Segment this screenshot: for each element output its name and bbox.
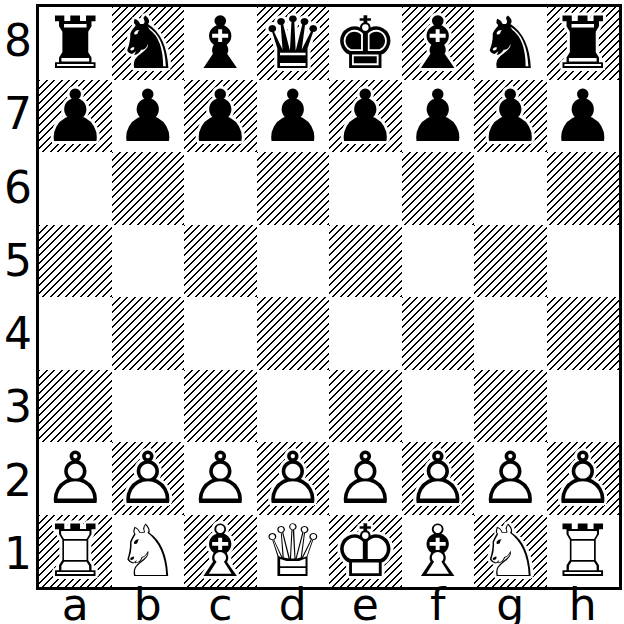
black-pawn: ♟ — [329, 80, 402, 153]
white-knight: ♞♘ — [474, 515, 547, 588]
square-c7[interactable]: ♟ — [184, 80, 257, 153]
square-a6[interactable] — [39, 152, 112, 225]
white-rook: ♜♖ — [39, 515, 112, 588]
black-pawn-icon: ♟ — [188, 80, 253, 152]
white-pawn: ♟♙ — [257, 442, 330, 515]
square-c1[interactable]: ♝♗ — [184, 515, 257, 588]
chess-board: ♜♞♝♛♚♝♞♜♟♟♟♟♟♟♟♟♟♙♟♙♟♙♟♙♟♙♟♙♟♙♟♙♜♖♞♘♝♗♛♕… — [36, 4, 622, 590]
square-e6[interactable] — [329, 152, 402, 225]
square-b7[interactable]: ♟ — [112, 80, 185, 153]
white-knight-icon: ♘ — [478, 515, 543, 587]
square-h1[interactable]: ♜♖ — [547, 515, 620, 588]
square-d6[interactable] — [257, 152, 330, 225]
rank-label-7: 7 — [0, 77, 36, 150]
square-c5[interactable] — [184, 225, 257, 298]
white-king: ♚♔ — [329, 515, 402, 588]
white-pawn-icon: ♙ — [333, 442, 398, 514]
black-pawn: ♟ — [257, 80, 330, 153]
square-h4[interactable] — [547, 297, 620, 370]
white-rook: ♜♖ — [547, 515, 620, 588]
rank-label-4: 4 — [0, 297, 36, 370]
square-h7[interactable]: ♟ — [547, 80, 620, 153]
white-pawn: ♟♙ — [39, 442, 112, 515]
square-a2[interactable]: ♟♙ — [39, 442, 112, 515]
square-h8[interactable]: ♜ — [547, 7, 620, 80]
square-e5[interactable] — [329, 225, 402, 298]
white-queen: ♛♕ — [257, 515, 330, 588]
black-rook: ♜ — [547, 7, 620, 80]
square-b5[interactable] — [112, 225, 185, 298]
square-a5[interactable] — [39, 225, 112, 298]
file-label-c: c — [184, 586, 257, 624]
square-a7[interactable]: ♟ — [39, 80, 112, 153]
square-e8[interactable]: ♚ — [329, 7, 402, 80]
square-e7[interactable]: ♟ — [329, 80, 402, 153]
square-e4[interactable] — [329, 297, 402, 370]
black-rook: ♜ — [39, 7, 112, 80]
square-g4[interactable] — [474, 297, 547, 370]
square-d7[interactable]: ♟ — [257, 80, 330, 153]
square-g6[interactable] — [474, 152, 547, 225]
black-pawn: ♟ — [474, 80, 547, 153]
black-queen: ♛ — [257, 7, 330, 80]
white-rook-icon: ♖ — [550, 515, 615, 587]
black-pawn-icon: ♟ — [405, 80, 470, 152]
rank-label-6: 6 — [0, 151, 36, 224]
square-a3[interactable] — [39, 370, 112, 443]
square-b6[interactable] — [112, 152, 185, 225]
square-d1[interactable]: ♛♕ — [257, 515, 330, 588]
square-f6[interactable] — [402, 152, 475, 225]
white-knight-icon: ♘ — [115, 515, 180, 587]
black-king: ♚ — [329, 7, 402, 80]
square-f4[interactable] — [402, 297, 475, 370]
square-h5[interactable] — [547, 225, 620, 298]
file-label-h: h — [547, 586, 620, 624]
square-g2[interactable]: ♟♙ — [474, 442, 547, 515]
white-queen-icon: ♕ — [260, 515, 325, 587]
rank-labels: 87654321 — [0, 4, 36, 590]
file-label-b: b — [112, 586, 185, 624]
black-pawn: ♟ — [112, 80, 185, 153]
black-knight: ♞ — [112, 7, 185, 80]
square-g8[interactable]: ♞ — [474, 7, 547, 80]
white-bishop-icon: ♗ — [405, 515, 470, 587]
square-g5[interactable] — [474, 225, 547, 298]
white-pawn-icon: ♙ — [43, 442, 108, 514]
file-labels: abcdefgh — [39, 586, 619, 624]
black-bishop-icon: ♝ — [188, 7, 253, 79]
white-pawn-icon: ♙ — [405, 442, 470, 514]
square-f7[interactable]: ♟ — [402, 80, 475, 153]
white-rook-icon: ♖ — [43, 515, 108, 587]
square-b4[interactable] — [112, 297, 185, 370]
file-label-e: e — [329, 586, 402, 624]
white-pawn: ♟♙ — [112, 442, 185, 515]
square-g7[interactable]: ♟ — [474, 80, 547, 153]
white-pawn-icon: ♙ — [115, 442, 180, 514]
square-h2[interactable]: ♟♙ — [547, 442, 620, 515]
black-bishop: ♝ — [184, 7, 257, 80]
square-c4[interactable] — [184, 297, 257, 370]
square-e1[interactable]: ♚♔ — [329, 515, 402, 588]
square-h3[interactable] — [547, 370, 620, 443]
square-g3[interactable] — [474, 370, 547, 443]
rank-label-1: 1 — [0, 517, 36, 590]
white-pawn-icon: ♙ — [188, 442, 253, 514]
file-label-g: g — [474, 586, 547, 624]
white-pawn: ♟♙ — [184, 442, 257, 515]
square-b3[interactable] — [112, 370, 185, 443]
white-knight: ♞♘ — [112, 515, 185, 588]
black-pawn: ♟ — [39, 80, 112, 153]
square-d3[interactable] — [257, 370, 330, 443]
square-f5[interactable] — [402, 225, 475, 298]
white-pawn-icon: ♙ — [550, 442, 615, 514]
square-c3[interactable] — [184, 370, 257, 443]
square-c6[interactable] — [184, 152, 257, 225]
black-knight-icon: ♞ — [478, 7, 543, 79]
square-c2[interactable]: ♟♙ — [184, 442, 257, 515]
white-pawn: ♟♙ — [329, 442, 402, 515]
black-pawn: ♟ — [184, 80, 257, 153]
white-pawn: ♟♙ — [474, 442, 547, 515]
square-d8[interactable]: ♛ — [257, 7, 330, 80]
square-a8[interactable]: ♜ — [39, 7, 112, 80]
black-king-icon: ♚ — [333, 7, 398, 79]
black-knight-icon: ♞ — [115, 7, 180, 79]
black-pawn-icon: ♟ — [478, 80, 543, 152]
black-pawn: ♟ — [547, 80, 620, 153]
square-f8[interactable]: ♝ — [402, 7, 475, 80]
rank-label-5: 5 — [0, 224, 36, 297]
square-e3[interactable] — [329, 370, 402, 443]
white-pawn-icon: ♙ — [478, 442, 543, 514]
square-g1[interactable]: ♞♘ — [474, 515, 547, 588]
square-a4[interactable] — [39, 297, 112, 370]
rank-label-3: 3 — [0, 370, 36, 443]
black-rook-icon: ♜ — [43, 7, 108, 79]
square-c8[interactable]: ♝ — [184, 7, 257, 80]
rank-label-2: 2 — [0, 444, 36, 517]
black-pawn-icon: ♟ — [115, 80, 180, 152]
black-bishop: ♝ — [402, 7, 475, 80]
square-f2[interactable]: ♟♙ — [402, 442, 475, 515]
chess-diagram: 87654321 ♜♞♝♛♚♝♞♜♟♟♟♟♟♟♟♟♟♙♟♙♟♙♟♙♟♙♟♙♟♙♟… — [0, 0, 624, 624]
square-d2[interactable]: ♟♙ — [257, 442, 330, 515]
black-rook-icon: ♜ — [550, 7, 615, 79]
black-pawn-icon: ♟ — [43, 80, 108, 152]
square-b1[interactable]: ♞♘ — [112, 515, 185, 588]
square-f3[interactable] — [402, 370, 475, 443]
black-bishop-icon: ♝ — [405, 7, 470, 79]
white-king-icon: ♔ — [333, 515, 398, 587]
black-pawn-icon: ♟ — [333, 80, 398, 152]
square-b8[interactable]: ♞ — [112, 7, 185, 80]
black-queen-icon: ♛ — [260, 7, 325, 79]
white-pawn: ♟♙ — [547, 442, 620, 515]
square-d4[interactable] — [257, 297, 330, 370]
black-knight: ♞ — [474, 7, 547, 80]
square-h6[interactable] — [547, 152, 620, 225]
white-bishop: ♝♗ — [402, 515, 475, 588]
square-b2[interactable]: ♟♙ — [112, 442, 185, 515]
file-label-a: a — [39, 586, 112, 624]
white-pawn: ♟♙ — [402, 442, 475, 515]
white-pawn-icon: ♙ — [260, 442, 325, 514]
square-d5[interactable] — [257, 225, 330, 298]
square-f1[interactable]: ♝♗ — [402, 515, 475, 588]
square-e2[interactable]: ♟♙ — [329, 442, 402, 515]
file-label-d: d — [257, 586, 330, 624]
white-bishop: ♝♗ — [184, 515, 257, 588]
black-pawn-icon: ♟ — [260, 80, 325, 152]
black-pawn: ♟ — [402, 80, 475, 153]
white-bishop-icon: ♗ — [188, 515, 253, 587]
file-label-f: f — [402, 586, 475, 624]
rank-label-8: 8 — [0, 4, 36, 77]
square-a1[interactable]: ♜♖ — [39, 515, 112, 588]
black-pawn-icon: ♟ — [550, 80, 615, 152]
